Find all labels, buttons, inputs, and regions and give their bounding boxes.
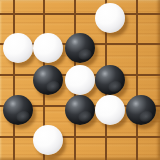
white-stone [3,33,33,63]
white-stone [95,95,125,125]
black-stone [65,33,95,63]
white-stone [33,125,63,155]
black-stone [126,95,156,125]
go-board[interactable] [0,0,160,160]
black-stone [95,65,125,95]
grid-line-vertical [136,0,138,160]
screenshot [0,0,160,160]
black-stone [3,95,33,125]
white-stone [33,33,63,63]
white-stone [95,3,125,33]
black-stone [33,65,63,95]
black-stone [65,95,95,125]
white-stone [65,65,95,95]
